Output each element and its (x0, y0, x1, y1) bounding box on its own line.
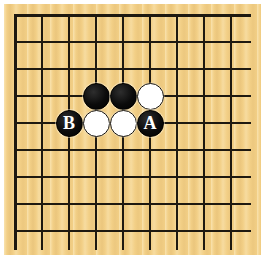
go-board[interactable]: BA (4, 4, 261, 255)
stone-label-a: A (144, 114, 157, 132)
board-edge-line-top (14, 14, 252, 17)
white-stone-c4r5 (83, 110, 110, 137)
grid-line-horizontal (14, 176, 252, 178)
white-stone-c5r5 (110, 110, 137, 137)
black-stone-c3r5-b[interactable]: B (56, 110, 83, 137)
white-stone-c6r4 (137, 83, 164, 110)
stone-label-b: B (63, 114, 75, 132)
grid-line-horizontal (14, 230, 252, 232)
grid-line-horizontal (14, 203, 252, 205)
go-diagram: BA (0, 0, 263, 264)
black-stone-c4r4 (83, 83, 110, 110)
black-stone-c6r5-a[interactable]: A (137, 110, 164, 137)
grid-line-vertical (176, 14, 178, 251)
board-edge-line-left (14, 14, 17, 251)
grid-line-horizontal (14, 149, 252, 151)
grid-line-horizontal (14, 41, 252, 43)
grid-line-vertical (230, 14, 232, 251)
grid-line-horizontal (14, 68, 252, 70)
grid-line-vertical (203, 14, 205, 251)
grid-line-vertical (41, 14, 43, 251)
black-stone-c5r4 (110, 83, 137, 110)
